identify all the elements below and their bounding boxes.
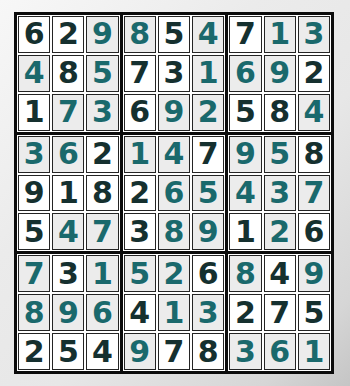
- cell-r3c3[interactable]: 3: [86, 94, 118, 131]
- cell-r2c6[interactable]: 1: [192, 55, 224, 92]
- cell-r7c5[interactable]: 2: [158, 255, 190, 292]
- cell-r8c3[interactable]: 6: [86, 294, 118, 331]
- cell-r6c7[interactable]: 1: [229, 213, 261, 250]
- cell-r7c4[interactable]: 5: [124, 255, 156, 292]
- cell-r6c9[interactable]: 6: [298, 213, 330, 250]
- cell-r8c8[interactable]: 7: [264, 294, 296, 331]
- box-8: 526413978: [123, 254, 226, 371]
- cell-r3c5[interactable]: 9: [158, 94, 190, 131]
- cell-r9c7[interactable]: 3: [229, 333, 261, 370]
- cell-r6c8[interactable]: 2: [264, 213, 296, 250]
- cell-r5c8[interactable]: 3: [264, 175, 296, 212]
- cell-r8c9[interactable]: 5: [298, 294, 330, 331]
- cell-r5c9[interactable]: 7: [298, 175, 330, 212]
- cell-r1c8[interactable]: 1: [264, 16, 296, 53]
- cell-r9c5[interactable]: 7: [158, 333, 190, 370]
- cell-r6c3[interactable]: 7: [86, 213, 118, 250]
- box-7: 731896254: [17, 254, 120, 371]
- cell-r9c2[interactable]: 5: [52, 333, 84, 370]
- cell-r7c7[interactable]: 8: [229, 255, 261, 292]
- cell-r3c8[interactable]: 8: [264, 94, 296, 131]
- cell-r5c6[interactable]: 5: [192, 175, 224, 212]
- cell-r3c9[interactable]: 4: [298, 94, 330, 131]
- cell-r4c7[interactable]: 9: [229, 136, 261, 173]
- sudoku-board: 6294851738547316927136925843629185471472…: [14, 12, 334, 374]
- cell-r5c4[interactable]: 2: [124, 175, 156, 212]
- cell-r2c9[interactable]: 2: [298, 55, 330, 92]
- cell-r2c1[interactable]: 4: [18, 55, 50, 92]
- cell-r6c2[interactable]: 4: [52, 213, 84, 250]
- cell-r9c9[interactable]: 1: [298, 333, 330, 370]
- cell-r2c4[interactable]: 7: [124, 55, 156, 92]
- cell-r4c1[interactable]: 3: [18, 136, 50, 173]
- cell-r4c8[interactable]: 5: [264, 136, 296, 173]
- box-2: 854731692: [123, 15, 226, 132]
- cell-r5c1[interactable]: 9: [18, 175, 50, 212]
- cell-r3c6[interactable]: 2: [192, 94, 224, 131]
- cell-r2c8[interactable]: 9: [264, 55, 296, 92]
- cell-r7c2[interactable]: 3: [52, 255, 84, 292]
- box-9: 849275361: [228, 254, 331, 371]
- cell-r3c4[interactable]: 6: [124, 94, 156, 131]
- cell-r8c2[interactable]: 9: [52, 294, 84, 331]
- cell-r8c7[interactable]: 2: [229, 294, 261, 331]
- cell-r6c1[interactable]: 5: [18, 213, 50, 250]
- cell-r1c3[interactable]: 9: [86, 16, 118, 53]
- box-3: 713692584: [228, 15, 331, 132]
- cell-r3c1[interactable]: 1: [18, 94, 50, 131]
- cell-r7c9[interactable]: 9: [298, 255, 330, 292]
- cell-r5c7[interactable]: 4: [229, 175, 261, 212]
- cell-r4c6[interactable]: 7: [192, 136, 224, 173]
- cell-r4c5[interactable]: 4: [158, 136, 190, 173]
- cell-r7c1[interactable]: 7: [18, 255, 50, 292]
- cell-r2c7[interactable]: 6: [229, 55, 261, 92]
- page-background: 6294851738547316927136925843629185471472…: [0, 0, 350, 386]
- cell-r5c2[interactable]: 1: [52, 175, 84, 212]
- cell-r9c6[interactable]: 8: [192, 333, 224, 370]
- box-1: 629485173: [17, 15, 120, 132]
- cell-r7c6[interactable]: 6: [192, 255, 224, 292]
- cell-r1c7[interactable]: 7: [229, 16, 261, 53]
- cell-r7c3[interactable]: 1: [86, 255, 118, 292]
- cell-r6c5[interactable]: 8: [158, 213, 190, 250]
- cell-r6c4[interactable]: 3: [124, 213, 156, 250]
- cell-r5c3[interactable]: 8: [86, 175, 118, 212]
- cell-r5c5[interactable]: 6: [158, 175, 190, 212]
- cell-r2c5[interactable]: 3: [158, 55, 190, 92]
- cell-r1c4[interactable]: 8: [124, 16, 156, 53]
- cell-r4c9[interactable]: 8: [298, 136, 330, 173]
- cell-r9c3[interactable]: 4: [86, 333, 118, 370]
- cell-r4c4[interactable]: 1: [124, 136, 156, 173]
- cell-r1c2[interactable]: 2: [52, 16, 84, 53]
- cell-r3c7[interactable]: 5: [229, 94, 261, 131]
- cell-r9c1[interactable]: 2: [18, 333, 50, 370]
- cell-r4c3[interactable]: 2: [86, 136, 118, 173]
- cell-r1c6[interactable]: 4: [192, 16, 224, 53]
- cell-r1c5[interactable]: 5: [158, 16, 190, 53]
- cell-r3c2[interactable]: 7: [52, 94, 84, 131]
- cell-r1c9[interactable]: 3: [298, 16, 330, 53]
- box-6: 958437126: [228, 135, 331, 252]
- box-4: 362918547: [17, 135, 120, 252]
- cell-r8c6[interactable]: 3: [192, 294, 224, 331]
- cell-r7c8[interactable]: 4: [264, 255, 296, 292]
- cell-r9c4[interactable]: 9: [124, 333, 156, 370]
- cell-r8c4[interactable]: 4: [124, 294, 156, 331]
- cell-r9c8[interactable]: 6: [264, 333, 296, 370]
- box-5: 147265389: [123, 135, 226, 252]
- cell-r6c6[interactable]: 9: [192, 213, 224, 250]
- cell-r2c3[interactable]: 5: [86, 55, 118, 92]
- cell-r4c2[interactable]: 6: [52, 136, 84, 173]
- cell-r8c1[interactable]: 8: [18, 294, 50, 331]
- cell-r2c2[interactable]: 8: [52, 55, 84, 92]
- cell-r1c1[interactable]: 6: [18, 16, 50, 53]
- cell-r8c5[interactable]: 1: [158, 294, 190, 331]
